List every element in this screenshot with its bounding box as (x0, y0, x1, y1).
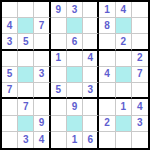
cell-r3c5[interactable]: 6 (67, 34, 83, 50)
cell-r4c6[interactable]: 4 (83, 51, 99, 67)
cell-r6c9[interactable] (132, 83, 148, 99)
cell-r8c7[interactable]: 2 (99, 116, 115, 132)
cell-r3c4[interactable] (51, 34, 67, 50)
cell-r3c6[interactable] (83, 34, 99, 50)
cell-r2c5[interactable] (67, 18, 83, 34)
cell-r5c9[interactable]: 7 (132, 67, 148, 83)
cell-r7c8[interactable]: 1 (116, 99, 132, 115)
cell-r1c3[interactable] (34, 2, 50, 18)
cell-r3c3[interactable] (34, 34, 50, 50)
cell-r6c4[interactable]: 5 (51, 83, 67, 99)
cell-r4c7[interactable] (99, 51, 115, 67)
cell-r9c5[interactable]: 1 (67, 132, 83, 148)
cell-r1c2[interactable] (18, 2, 34, 18)
cell-r9c7[interactable] (99, 132, 115, 148)
cell-r6c2[interactable] (18, 83, 34, 99)
cell-r1c9[interactable] (132, 2, 148, 18)
cell-r7c1[interactable] (2, 99, 18, 115)
cell-r4c4[interactable]: 1 (51, 51, 67, 67)
cell-r9c9[interactable] (132, 132, 148, 148)
cell-r2c2[interactable] (18, 18, 34, 34)
cell-r9c3[interactable]: 4 (34, 132, 50, 148)
cell-r6c6[interactable]: 3 (83, 83, 99, 99)
cell-r4c5[interactable] (67, 51, 83, 67)
cell-r6c8[interactable] (116, 83, 132, 99)
cell-r1c4[interactable]: 9 (51, 2, 67, 18)
cell-r2c1[interactable]: 4 (2, 18, 18, 34)
cell-r7c7[interactable] (99, 99, 115, 115)
cell-r7c9[interactable]: 4 (132, 99, 148, 115)
cell-r3c1[interactable]: 3 (2, 34, 18, 50)
cell-r6c7[interactable] (99, 83, 115, 99)
cell-r7c3[interactable] (34, 99, 50, 115)
cell-r2c3[interactable]: 7 (34, 18, 50, 34)
cell-r7c6[interactable] (83, 99, 99, 115)
cell-r9c8[interactable] (116, 132, 132, 148)
cell-r8c4[interactable] (51, 116, 67, 132)
cell-r4c8[interactable] (116, 51, 132, 67)
cell-r7c4[interactable] (51, 99, 67, 115)
cell-r8c6[interactable] (83, 116, 99, 132)
cell-r9c6[interactable]: 6 (83, 132, 99, 148)
cell-r6c1[interactable]: 7 (2, 83, 18, 99)
cell-r5c8[interactable] (116, 67, 132, 83)
cell-r8c3[interactable]: 9 (34, 116, 50, 132)
cell-r2c8[interactable] (116, 18, 132, 34)
cell-r1c1[interactable] (2, 2, 18, 18)
cell-r9c2[interactable]: 3 (18, 132, 34, 148)
cell-r2c6[interactable] (83, 18, 99, 34)
cell-r8c8[interactable] (116, 116, 132, 132)
cell-r3c2[interactable]: 5 (18, 34, 34, 50)
cell-r2c9[interactable] (132, 18, 148, 34)
cell-r8c1[interactable] (2, 116, 18, 132)
cell-r5c7[interactable]: 4 (99, 67, 115, 83)
cell-r4c2[interactable] (18, 51, 34, 67)
cell-r5c1[interactable]: 5 (2, 67, 18, 83)
cell-r1c5[interactable]: 3 (67, 2, 83, 18)
cell-r5c5[interactable] (67, 67, 83, 83)
cell-r8c2[interactable] (18, 116, 34, 132)
cell-r8c5[interactable] (67, 116, 83, 132)
cell-r9c4[interactable] (51, 132, 67, 148)
cell-r8c9[interactable]: 3 (132, 116, 148, 132)
cell-r4c1[interactable] (2, 51, 18, 67)
cell-r3c8[interactable]: 2 (116, 34, 132, 50)
cell-r1c6[interactable] (83, 2, 99, 18)
cell-r5c3[interactable]: 3 (34, 67, 50, 83)
sudoku-board: 93144783562142534775379149233416 (0, 0, 150, 150)
cell-r4c3[interactable] (34, 51, 50, 67)
cell-r3c9[interactable] (132, 34, 148, 50)
cell-r5c4[interactable] (51, 67, 67, 83)
cell-r2c4[interactable] (51, 18, 67, 34)
cell-r7c2[interactable]: 7 (18, 99, 34, 115)
cell-r4c9[interactable]: 2 (132, 51, 148, 67)
cell-r6c3[interactable] (34, 83, 50, 99)
cell-r7c5[interactable]: 9 (67, 99, 83, 115)
cell-r6c5[interactable] (67, 83, 83, 99)
cell-r3c7[interactable] (99, 34, 115, 50)
cell-r5c2[interactable] (18, 67, 34, 83)
cell-r9c1[interactable] (2, 132, 18, 148)
cell-r5c6[interactable] (83, 67, 99, 83)
cell-r1c8[interactable]: 4 (116, 2, 132, 18)
cell-r1c7[interactable]: 1 (99, 2, 115, 18)
cell-r2c7[interactable]: 8 (99, 18, 115, 34)
